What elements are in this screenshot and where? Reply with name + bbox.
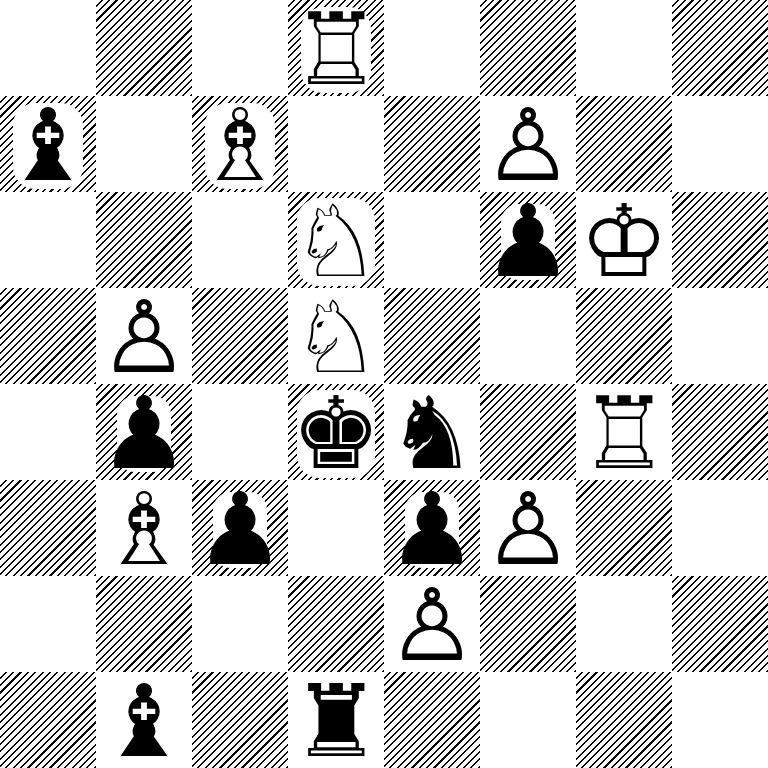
- square-g3[interactable]: [576, 480, 672, 576]
- piece-black-pawn-b4[interactable]: ♟︎: [96, 386, 192, 482]
- square-f2[interactable]: [480, 576, 576, 672]
- square-g7[interactable]: [576, 96, 672, 192]
- square-e2[interactable]: ♙︎: [384, 576, 480, 672]
- square-f5[interactable]: [480, 288, 576, 384]
- piece-white-knight-d5[interactable]: ♘︎: [288, 290, 384, 386]
- square-b1[interactable]: ♝︎: [96, 672, 192, 768]
- square-e4[interactable]: ♞︎: [384, 384, 480, 480]
- square-a7[interactable]: ♝︎: [0, 96, 96, 192]
- square-c5[interactable]: [192, 288, 288, 384]
- square-c1[interactable]: [192, 672, 288, 768]
- square-f3[interactable]: ♙︎: [480, 480, 576, 576]
- square-f6[interactable]: ♟︎: [480, 192, 576, 288]
- square-a3[interactable]: [0, 480, 96, 576]
- square-h5[interactable]: [672, 288, 768, 384]
- piece-black-pawn-e3[interactable]: ♟︎: [384, 482, 480, 578]
- square-b8[interactable]: [96, 0, 192, 96]
- square-e7[interactable]: [384, 96, 480, 192]
- square-g1[interactable]: [576, 672, 672, 768]
- square-b4[interactable]: ♟︎: [96, 384, 192, 480]
- square-c7[interactable]: ♗︎: [192, 96, 288, 192]
- square-d1[interactable]: ♜︎: [288, 672, 384, 768]
- piece-white-knight-d6[interactable]: ♘︎: [288, 194, 384, 290]
- square-e5[interactable]: [384, 288, 480, 384]
- square-c3[interactable]: ♟︎: [192, 480, 288, 576]
- square-a4[interactable]: [0, 384, 96, 480]
- square-b7[interactable]: [96, 96, 192, 192]
- square-g5[interactable]: [576, 288, 672, 384]
- square-b2[interactable]: [96, 576, 192, 672]
- square-a5[interactable]: [0, 288, 96, 384]
- piece-white-pawn-f3[interactable]: ♙︎: [480, 482, 576, 578]
- piece-black-pawn-c3[interactable]: ♟︎: [192, 482, 288, 578]
- piece-white-king-g6[interactable]: ♔︎: [576, 194, 672, 290]
- square-d6[interactable]: ♘︎: [288, 192, 384, 288]
- square-b3[interactable]: ♗︎: [96, 480, 192, 576]
- square-h7[interactable]: [672, 96, 768, 192]
- square-f1[interactable]: [480, 672, 576, 768]
- piece-black-rook-d1[interactable]: ♜︎: [288, 674, 384, 768]
- piece-white-pawn-b5[interactable]: ♙︎: [96, 290, 192, 386]
- square-a8[interactable]: [0, 0, 96, 96]
- square-c2[interactable]: [192, 576, 288, 672]
- square-h2[interactable]: [672, 576, 768, 672]
- square-a6[interactable]: [0, 192, 96, 288]
- square-e8[interactable]: [384, 0, 480, 96]
- piece-black-bishop-b1[interactable]: ♝︎: [96, 674, 192, 768]
- piece-white-rook-g4[interactable]: ♖︎: [576, 386, 672, 482]
- chessboard: ♖︎♝︎♗︎♙︎♘︎♟︎♔︎♙︎♘︎♟︎♚︎♞︎♖︎♗︎♟︎♟︎♙︎♙︎♝︎♜︎: [0, 0, 768, 768]
- square-b5[interactable]: ♙︎: [96, 288, 192, 384]
- piece-black-knight-e4[interactable]: ♞︎: [384, 386, 480, 482]
- square-g2[interactable]: [576, 576, 672, 672]
- square-h6[interactable]: [672, 192, 768, 288]
- square-c4[interactable]: [192, 384, 288, 480]
- piece-white-pawn-e2[interactable]: ♙︎: [384, 578, 480, 674]
- piece-white-bishop-b3[interactable]: ♗︎: [96, 482, 192, 578]
- square-a1[interactable]: [0, 672, 96, 768]
- square-d2[interactable]: [288, 576, 384, 672]
- square-d5[interactable]: ♘︎: [288, 288, 384, 384]
- square-d7[interactable]: [288, 96, 384, 192]
- square-d3[interactable]: [288, 480, 384, 576]
- square-h1[interactable]: [672, 672, 768, 768]
- piece-white-pawn-f7[interactable]: ♙︎: [480, 98, 576, 194]
- square-d8[interactable]: ♖︎: [288, 0, 384, 96]
- square-f7[interactable]: ♙︎: [480, 96, 576, 192]
- square-c8[interactable]: [192, 0, 288, 96]
- square-d4[interactable]: ♚︎: [288, 384, 384, 480]
- square-h4[interactable]: [672, 384, 768, 480]
- square-g4[interactable]: ♖︎: [576, 384, 672, 480]
- piece-white-bishop-c7[interactable]: ♗︎: [192, 98, 288, 194]
- square-b6[interactable]: [96, 192, 192, 288]
- square-h8[interactable]: [672, 0, 768, 96]
- square-e6[interactable]: [384, 192, 480, 288]
- piece-black-pawn-f6[interactable]: ♟︎: [480, 194, 576, 290]
- square-e1[interactable]: [384, 672, 480, 768]
- square-e3[interactable]: ♟︎: [384, 480, 480, 576]
- piece-white-rook-d8[interactable]: ♖︎: [288, 2, 384, 98]
- square-g6[interactable]: ♔︎: [576, 192, 672, 288]
- piece-black-bishop-a7[interactable]: ♝︎: [0, 98, 96, 194]
- piece-black-king-d4[interactable]: ♚︎: [288, 386, 384, 482]
- square-f4[interactable]: [480, 384, 576, 480]
- square-f8[interactable]: [480, 0, 576, 96]
- square-a2[interactable]: [0, 576, 96, 672]
- square-g8[interactable]: [576, 0, 672, 96]
- square-h3[interactable]: [672, 480, 768, 576]
- square-c6[interactable]: [192, 192, 288, 288]
